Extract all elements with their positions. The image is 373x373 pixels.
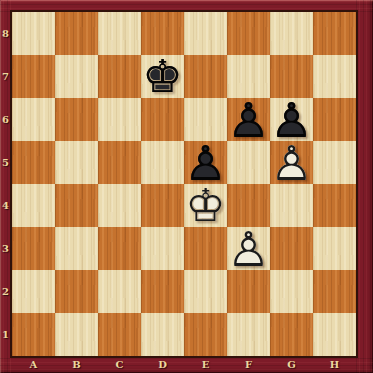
white-pawn-g5[interactable]: ♟♙ [270, 141, 313, 184]
square-d4[interactable] [141, 184, 184, 227]
file-label-f: F [227, 357, 270, 372]
rank-label-5: 5 [0, 141, 11, 184]
square-a8[interactable] [12, 12, 55, 55]
square-c2[interactable] [98, 270, 141, 313]
file-label-d: D [141, 357, 184, 372]
square-h1[interactable] [313, 313, 356, 356]
square-a6[interactable] [12, 98, 55, 141]
square-d8[interactable] [141, 12, 184, 55]
square-e1[interactable] [184, 313, 227, 356]
square-d3[interactable] [141, 227, 184, 270]
board-frame: ♚♔♟♙♟♙♟♙♟♙♚♔♟♙ 87654321ABCDEFGH [0, 0, 373, 373]
black-pawn-f6[interactable]: ♟♙ [227, 98, 270, 141]
square-d1[interactable] [141, 313, 184, 356]
square-a1[interactable] [12, 313, 55, 356]
rank-label-8: 8 [0, 12, 11, 55]
rank-label-4: 4 [0, 184, 11, 227]
square-b7[interactable] [55, 55, 98, 98]
square-h4[interactable] [313, 184, 356, 227]
white-king-e4[interactable]: ♚♔ [184, 184, 227, 227]
square-c4[interactable] [98, 184, 141, 227]
square-b8[interactable] [55, 12, 98, 55]
square-e3[interactable] [184, 227, 227, 270]
chess-board: ♚♔♟♙♟♙♟♙♟♙♚♔♟♙ [10, 10, 358, 358]
file-label-e: E [184, 357, 227, 372]
square-e7[interactable] [184, 55, 227, 98]
square-f2[interactable] [227, 270, 270, 313]
square-h3[interactable] [313, 227, 356, 270]
square-b1[interactable] [55, 313, 98, 356]
square-e5[interactable]: ♟♙ [184, 141, 227, 184]
file-label-g: G [270, 357, 313, 372]
rank-label-3: 3 [0, 227, 11, 270]
square-d5[interactable] [141, 141, 184, 184]
file-label-c: C [98, 357, 141, 372]
white-pawn-outline-icon: ♙ [270, 141, 313, 184]
square-g2[interactable] [270, 270, 313, 313]
black-pawn-e5[interactable]: ♟♙ [184, 141, 227, 184]
white-pawn-outline-icon: ♙ [227, 227, 270, 270]
square-h8[interactable] [313, 12, 356, 55]
square-f8[interactable] [227, 12, 270, 55]
black-pawn-outline-icon: ♙ [184, 141, 227, 184]
black-king-outline-icon: ♔ [141, 55, 184, 98]
square-g4[interactable] [270, 184, 313, 227]
square-b5[interactable] [55, 141, 98, 184]
rank-label-2: 2 [0, 270, 11, 313]
square-a5[interactable] [12, 141, 55, 184]
square-b4[interactable] [55, 184, 98, 227]
square-c6[interactable] [98, 98, 141, 141]
square-d2[interactable] [141, 270, 184, 313]
square-e4[interactable]: ♚♔ [184, 184, 227, 227]
square-b3[interactable] [55, 227, 98, 270]
square-f1[interactable] [227, 313, 270, 356]
rank-label-6: 6 [0, 98, 11, 141]
rank-label-7: 7 [0, 55, 11, 98]
square-h2[interactable] [313, 270, 356, 313]
square-a7[interactable] [12, 55, 55, 98]
square-g3[interactable] [270, 227, 313, 270]
square-e2[interactable] [184, 270, 227, 313]
square-b6[interactable] [55, 98, 98, 141]
black-king-d7[interactable]: ♚♔ [141, 55, 184, 98]
square-f5[interactable] [227, 141, 270, 184]
file-label-a: A [12, 357, 55, 372]
rank-label-1: 1 [0, 313, 11, 356]
file-label-h: H [313, 357, 356, 372]
square-a3[interactable] [12, 227, 55, 270]
square-b2[interactable] [55, 270, 98, 313]
square-a4[interactable] [12, 184, 55, 227]
square-h6[interactable] [313, 98, 356, 141]
square-h5[interactable] [313, 141, 356, 184]
square-a2[interactable] [12, 270, 55, 313]
file-label-b: B [55, 357, 98, 372]
square-h7[interactable] [313, 55, 356, 98]
white-king-outline-icon: ♔ [184, 184, 227, 227]
square-g8[interactable] [270, 12, 313, 55]
square-c3[interactable] [98, 227, 141, 270]
square-g1[interactable] [270, 313, 313, 356]
square-g5[interactable]: ♟♙ [270, 141, 313, 184]
square-f3[interactable]: ♟♙ [227, 227, 270, 270]
white-pawn-f3[interactable]: ♟♙ [227, 227, 270, 270]
black-pawn-outline-icon: ♙ [227, 98, 270, 141]
frame-edge-right [356, 0, 373, 373]
square-d6[interactable] [141, 98, 184, 141]
square-e8[interactable] [184, 12, 227, 55]
square-c8[interactable] [98, 12, 141, 55]
square-f6[interactable]: ♟♙ [227, 98, 270, 141]
square-c7[interactable] [98, 55, 141, 98]
square-c1[interactable] [98, 313, 141, 356]
square-d7[interactable]: ♚♔ [141, 55, 184, 98]
square-c5[interactable] [98, 141, 141, 184]
